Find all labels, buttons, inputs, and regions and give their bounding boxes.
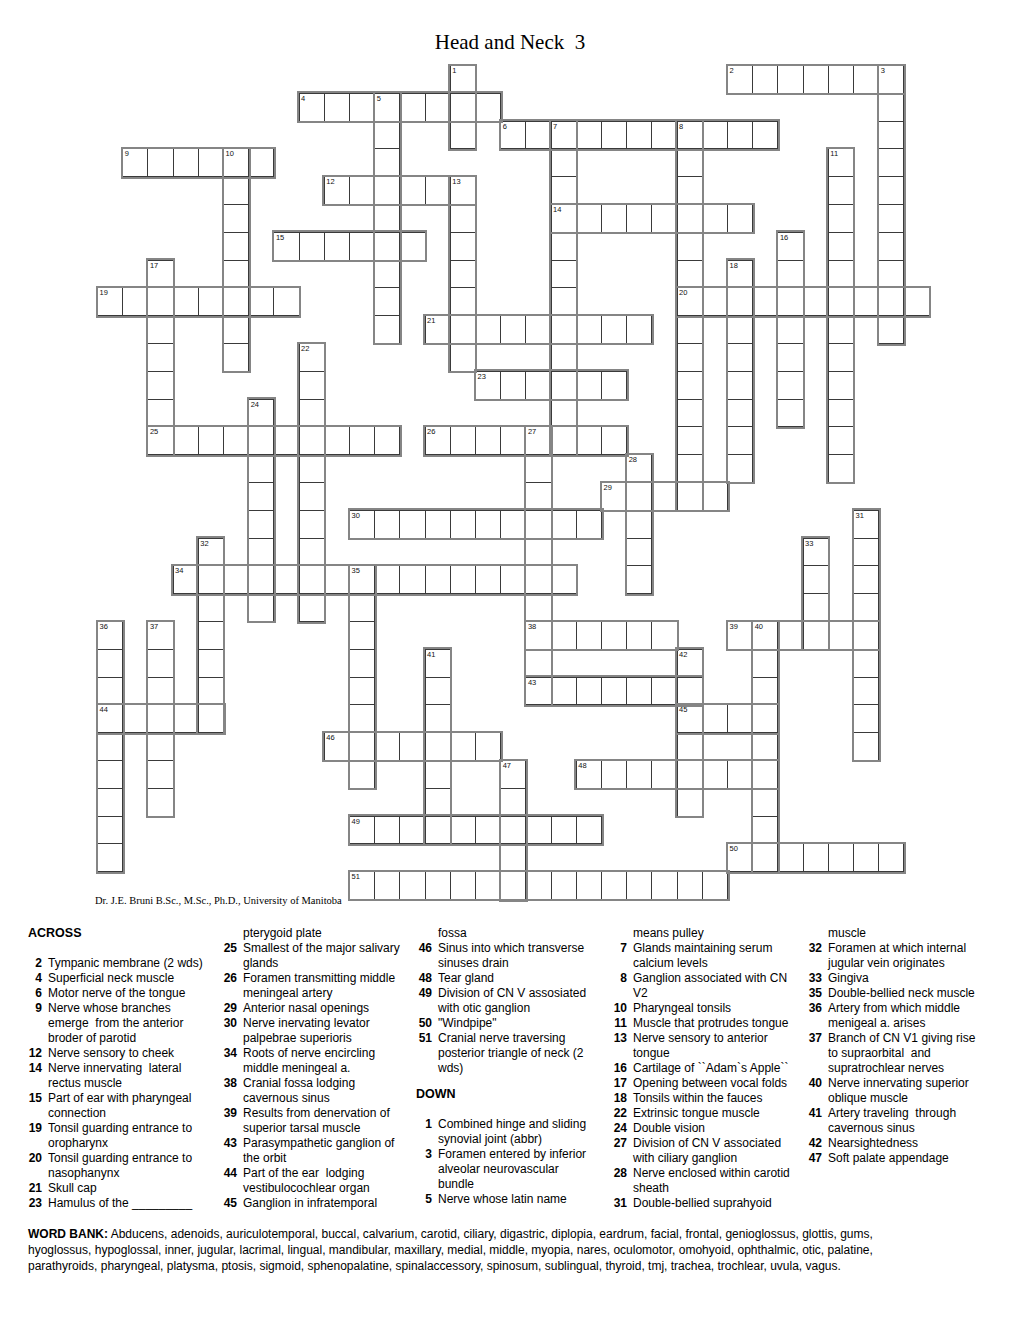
- cell-r14-c23[interactable]: [677, 454, 703, 483]
- cell-r21-c13[interactable]: 41: [425, 649, 451, 678]
- cell-r13-c5[interactable]: [223, 426, 249, 455]
- cell-r1-c15[interactable]: [475, 93, 501, 122]
- cell-r23-c23[interactable]: 45: [677, 704, 703, 733]
- cell-r16-c14[interactable]: [450, 510, 476, 539]
- cell-r20-c25[interactable]: 39: [727, 621, 753, 650]
- cell-r28-c0[interactable]: [97, 843, 123, 872]
- cell-r11-c15[interactable]: 23: [475, 371, 501, 400]
- cell-r4-c29[interactable]: [828, 176, 854, 205]
- cell-r13-c14[interactable]: [450, 426, 476, 455]
- cell-r27-c0[interactable]: [97, 816, 123, 845]
- cell-r15-c6[interactable]: [248, 482, 274, 511]
- cell-r8-c2[interactable]: [147, 287, 173, 316]
- cell-r13-c2[interactable]: 25: [147, 426, 173, 455]
- cell-r24-c23[interactable]: [677, 732, 703, 761]
- cell-r25-c0[interactable]: [97, 760, 123, 789]
- cell-r14-c29[interactable]: [828, 454, 854, 483]
- cell-r3-c4[interactable]: [198, 148, 224, 177]
- cell-r16-c30[interactable]: 31: [853, 510, 879, 539]
- cell-r1-c10[interactable]: [349, 93, 375, 122]
- cell-r6-c23[interactable]: [677, 232, 703, 261]
- cell-r9-c18[interactable]: [551, 315, 577, 344]
- cell-r24-c30[interactable]: [853, 732, 879, 761]
- cell-r20-c28[interactable]: [803, 621, 829, 650]
- cell-r3-c1[interactable]: 9: [122, 148, 148, 177]
- cell-r20-c21[interactable]: [626, 621, 652, 650]
- cell-r3-c31[interactable]: [878, 148, 904, 177]
- cell-r3-c5[interactable]: 10: [223, 148, 249, 177]
- cell-r9-c25[interactable]: [727, 315, 753, 344]
- cell-r17-c6[interactable]: [248, 538, 274, 567]
- cell-r5-c24[interactable]: [702, 204, 728, 233]
- cell-r2-c17[interactable]: [525, 121, 551, 150]
- cell-r18-c21[interactable]: [626, 565, 652, 594]
- cell-r18-c30[interactable]: [853, 565, 879, 594]
- cell-r23-c24[interactable]: [702, 704, 728, 733]
- cell-r13-c25[interactable]: [727, 426, 753, 455]
- cell-r27-c11[interactable]: [374, 816, 400, 845]
- cell-r14-c17[interactable]: [525, 454, 551, 483]
- cell-r2-c19[interactable]: [576, 121, 602, 150]
- cell-r4-c14[interactable]: 13: [450, 176, 476, 205]
- cell-r24-c26[interactable]: [752, 732, 778, 761]
- cell-r16-c12[interactable]: [399, 510, 425, 539]
- cell-r3-c6[interactable]: [248, 148, 274, 177]
- cell-r6-c5[interactable]: [223, 232, 249, 261]
- cell-r8-c26[interactable]: [752, 287, 778, 316]
- cell-r29-c15[interactable]: [475, 871, 501, 900]
- cell-r23-c1[interactable]: [122, 704, 148, 733]
- cell-r5-c31[interactable]: [878, 204, 904, 233]
- cell-r9-c17[interactable]: [525, 315, 551, 344]
- cell-r20-c20[interactable]: [601, 621, 627, 650]
- cell-r13-c4[interactable]: [198, 426, 224, 455]
- cell-r27-c19[interactable]: [576, 816, 602, 845]
- cell-r13-c20[interactable]: [601, 426, 627, 455]
- cell-r6-c8[interactable]: [299, 232, 325, 261]
- cell-r28-c26[interactable]: [752, 843, 778, 872]
- cell-r6-c9[interactable]: [324, 232, 350, 261]
- cell-r17-c21[interactable]: [626, 538, 652, 567]
- cell-r13-c7[interactable]: [273, 426, 299, 455]
- cell-r10-c25[interactable]: [727, 343, 753, 372]
- cell-r26-c13[interactable]: [425, 788, 451, 817]
- cell-r21-c26[interactable]: [752, 649, 778, 678]
- cell-r6-c12[interactable]: [399, 232, 425, 261]
- cell-r22-c0[interactable]: [97, 677, 123, 706]
- cell-r26-c16[interactable]: [500, 788, 526, 817]
- cell-r15-c23[interactable]: [677, 482, 703, 511]
- cell-r23-c13[interactable]: [425, 704, 451, 733]
- cell-r13-c13[interactable]: 26: [425, 426, 451, 455]
- cell-r9-c11[interactable]: [374, 315, 400, 344]
- cell-r28-c25[interactable]: 50: [727, 843, 753, 872]
- cell-r14-c21[interactable]: 28: [626, 454, 652, 483]
- cell-r24-c0[interactable]: [97, 732, 123, 761]
- cell-r16-c16[interactable]: [500, 510, 526, 539]
- cell-r15-c20[interactable]: 29: [601, 482, 627, 511]
- cell-r22-c17[interactable]: 43: [525, 677, 551, 706]
- cell-r5-c19[interactable]: [576, 204, 602, 233]
- cell-r11-c18[interactable]: [551, 371, 577, 400]
- cell-r4-c10[interactable]: [349, 176, 375, 205]
- cell-r2-c14[interactable]: [450, 121, 476, 150]
- cell-r12-c6[interactable]: 24: [248, 399, 274, 428]
- cell-r7-c31[interactable]: [878, 260, 904, 289]
- cell-r21-c17[interactable]: [525, 649, 551, 678]
- cell-r6-c18[interactable]: [551, 232, 577, 261]
- cell-r0-c29[interactable]: [828, 65, 854, 94]
- cell-r12-c2[interactable]: [147, 399, 173, 428]
- cell-r3-c18[interactable]: [551, 148, 577, 177]
- cell-r5-c23[interactable]: [677, 204, 703, 233]
- cell-r8-c3[interactable]: [173, 287, 199, 316]
- cell-r22-c22[interactable]: [651, 677, 677, 706]
- cell-r27-c18[interactable]: [551, 816, 577, 845]
- cell-r16-c21[interactable]: [626, 510, 652, 539]
- cell-r9-c16[interactable]: [500, 315, 526, 344]
- cell-r19-c28[interactable]: [803, 593, 829, 622]
- cell-r18-c10[interactable]: 35: [349, 565, 375, 594]
- cell-r21-c0[interactable]: [97, 649, 123, 678]
- cell-r18-c16[interactable]: [500, 565, 526, 594]
- cell-r9-c5[interactable]: [223, 315, 249, 344]
- cell-r29-c20[interactable]: [601, 871, 627, 900]
- cell-r29-c18[interactable]: [551, 871, 577, 900]
- cell-r12-c25[interactable]: [727, 399, 753, 428]
- cell-r18-c3[interactable]: 34: [173, 565, 199, 594]
- cell-r1-c14[interactable]: [450, 93, 476, 122]
- cell-r29-c14[interactable]: [450, 871, 476, 900]
- cell-r16-c6[interactable]: [248, 510, 274, 539]
- cell-r20-c22[interactable]: [651, 621, 677, 650]
- cell-r1-c12[interactable]: [399, 93, 425, 122]
- cell-r8-c11[interactable]: [374, 287, 400, 316]
- cell-r29-c19[interactable]: [576, 871, 602, 900]
- cell-r19-c17[interactable]: [525, 593, 551, 622]
- cell-r11-c2[interactable]: [147, 371, 173, 400]
- cell-r4-c31[interactable]: [878, 176, 904, 205]
- cell-r2-c24[interactable]: [702, 121, 728, 150]
- cell-r0-c26[interactable]: [752, 65, 778, 94]
- cell-r7-c5[interactable]: [223, 260, 249, 289]
- cell-r0-c28[interactable]: [803, 65, 829, 94]
- cell-r16-c13[interactable]: [425, 510, 451, 539]
- cell-r29-c10[interactable]: 51: [349, 871, 375, 900]
- cell-r8-c7[interactable]: [273, 287, 299, 316]
- cell-r3-c11[interactable]: [374, 148, 400, 177]
- cell-r13-c29[interactable]: [828, 426, 854, 455]
- cell-r24-c10[interactable]: [349, 732, 375, 761]
- cell-r8-c6[interactable]: [248, 287, 274, 316]
- cell-r21-c4[interactable]: [198, 649, 224, 678]
- cell-r11-c23[interactable]: [677, 371, 703, 400]
- cell-r28-c28[interactable]: [803, 843, 829, 872]
- cell-r19-c10[interactable]: [349, 593, 375, 622]
- cell-r24-c13[interactable]: [425, 732, 451, 761]
- cell-r0-c27[interactable]: [777, 65, 803, 94]
- cell-r2-c20[interactable]: [601, 121, 627, 150]
- cell-r18-c5[interactable]: [223, 565, 249, 594]
- cell-r7-c27[interactable]: [777, 260, 803, 289]
- cell-r0-c30[interactable]: [853, 65, 879, 94]
- cell-r2-c23[interactable]: 8: [677, 121, 703, 150]
- cell-r29-c21[interactable]: [626, 871, 652, 900]
- cell-r25-c26[interactable]: [752, 760, 778, 789]
- cell-r26-c2[interactable]: [147, 788, 173, 817]
- cell-r6-c11[interactable]: [374, 232, 400, 261]
- cell-r2-c21[interactable]: [626, 121, 652, 150]
- cell-r2-c16[interactable]: 6: [500, 121, 526, 150]
- cell-r17-c8[interactable]: [299, 538, 325, 567]
- cell-r20-c4[interactable]: [198, 621, 224, 650]
- cell-r26-c23[interactable]: [677, 788, 703, 817]
- cell-r25-c16[interactable]: 47: [500, 760, 526, 789]
- cell-r0-c14[interactable]: 1: [450, 65, 476, 94]
- cell-r2-c26[interactable]: [752, 121, 778, 150]
- cell-r5-c21[interactable]: [626, 204, 652, 233]
- cell-r8-c14[interactable]: [450, 287, 476, 316]
- cell-r17-c17[interactable]: [525, 538, 551, 567]
- cell-r10-c29[interactable]: [828, 343, 854, 372]
- cell-r18-c11[interactable]: [374, 565, 400, 594]
- cell-r23-c10[interactable]: [349, 704, 375, 733]
- cell-r28-c30[interactable]: [853, 843, 879, 872]
- cell-r19-c4[interactable]: [198, 593, 224, 622]
- cell-r16-c10[interactable]: 30: [349, 510, 375, 539]
- cell-r0-c25[interactable]: 2: [727, 65, 753, 94]
- cell-r8-c29[interactable]: [828, 287, 854, 316]
- cell-r20-c2[interactable]: 37: [147, 621, 173, 650]
- cell-r2-c18[interactable]: 7: [551, 121, 577, 150]
- cell-r5-c25[interactable]: [727, 204, 753, 233]
- cell-r9-c23[interactable]: [677, 315, 703, 344]
- cell-r26-c26[interactable]: [752, 788, 778, 817]
- cell-r19-c30[interactable]: [853, 593, 879, 622]
- cell-r13-c11[interactable]: [374, 426, 400, 455]
- cell-r27-c14[interactable]: [450, 816, 476, 845]
- cell-r22-c20[interactable]: [601, 677, 627, 706]
- cell-r29-c17[interactable]: [525, 871, 551, 900]
- cell-r6-c14[interactable]: [450, 232, 476, 261]
- cell-r4-c5[interactable]: [223, 176, 249, 205]
- cell-r14-c6[interactable]: [248, 454, 274, 483]
- cell-r7-c25[interactable]: 18: [727, 260, 753, 289]
- cell-r28-c29[interactable]: [828, 843, 854, 872]
- cell-r28-c31[interactable]: [878, 843, 904, 872]
- cell-r9-c19[interactable]: [576, 315, 602, 344]
- cell-r6-c10[interactable]: [349, 232, 375, 261]
- cell-r19-c8[interactable]: [299, 593, 325, 622]
- cell-r20-c19[interactable]: [576, 621, 602, 650]
- cell-r18-c28[interactable]: [803, 565, 829, 594]
- cell-r29-c22[interactable]: [651, 871, 677, 900]
- cell-r27-c15[interactable]: [475, 816, 501, 845]
- cell-r18-c14[interactable]: [450, 565, 476, 594]
- cell-r17-c28[interactable]: 33: [803, 538, 829, 567]
- cell-r13-c8[interactable]: [299, 426, 325, 455]
- cell-r16-c15[interactable]: [475, 510, 501, 539]
- cell-r15-c24[interactable]: [702, 482, 728, 511]
- cell-r20-c26[interactable]: 40: [752, 621, 778, 650]
- cell-r9-c20[interactable]: [601, 315, 627, 344]
- cell-r10-c27[interactable]: [777, 343, 803, 372]
- cell-r28-c27[interactable]: [777, 843, 803, 872]
- cell-r22-c2[interactable]: [147, 677, 173, 706]
- cell-r4-c18[interactable]: [551, 176, 577, 205]
- cell-r6-c27[interactable]: 16: [777, 232, 803, 261]
- cell-r2-c22[interactable]: [651, 121, 677, 150]
- cell-r17-c30[interactable]: [853, 538, 879, 567]
- cell-r5-c29[interactable]: [828, 204, 854, 233]
- cell-r29-c24[interactable]: [702, 871, 728, 900]
- cell-r7-c11[interactable]: [374, 260, 400, 289]
- cell-r22-c18[interactable]: [551, 677, 577, 706]
- cell-r24-c15[interactable]: [475, 732, 501, 761]
- cell-r16-c17[interactable]: [525, 510, 551, 539]
- cell-r18-c15[interactable]: [475, 565, 501, 594]
- cell-r3-c23[interactable]: [677, 148, 703, 177]
- cell-r18-c12[interactable]: [399, 565, 425, 594]
- cell-r18-c4[interactable]: [198, 565, 224, 594]
- cell-r23-c30[interactable]: [853, 704, 879, 733]
- cell-r29-c12[interactable]: [399, 871, 425, 900]
- cell-r7-c29[interactable]: [828, 260, 854, 289]
- cell-r13-c3[interactable]: [173, 426, 199, 455]
- cell-r16-c8[interactable]: [299, 510, 325, 539]
- cell-r25-c13[interactable]: [425, 760, 451, 789]
- cell-r23-c4[interactable]: [198, 704, 224, 733]
- cell-r15-c22[interactable]: [651, 482, 677, 511]
- cell-r25-c23[interactable]: [677, 760, 703, 789]
- cell-r13-c23[interactable]: [677, 426, 703, 455]
- cell-r23-c26[interactable]: [752, 704, 778, 733]
- cell-r8-c30[interactable]: [853, 287, 879, 316]
- cell-r9-c29[interactable]: [828, 315, 854, 344]
- cell-r22-c23[interactable]: [677, 677, 703, 706]
- cell-r25-c25[interactable]: [727, 760, 753, 789]
- cell-r14-c8[interactable]: [299, 454, 325, 483]
- cell-r16-c11[interactable]: [374, 510, 400, 539]
- cell-r1-c9[interactable]: [324, 93, 350, 122]
- cell-r24-c9[interactable]: 46: [324, 732, 350, 761]
- cell-r18-c17[interactable]: [525, 565, 551, 594]
- cell-r12-c29[interactable]: [828, 399, 854, 428]
- cell-r10-c2[interactable]: [147, 343, 173, 372]
- cell-r23-c2[interactable]: [147, 704, 173, 733]
- cell-r25-c2[interactable]: [147, 760, 173, 789]
- cell-r24-c14[interactable]: [450, 732, 476, 761]
- cell-r22-c4[interactable]: [198, 677, 224, 706]
- cell-r13-c10[interactable]: [349, 426, 375, 455]
- cell-r6-c29[interactable]: [828, 232, 854, 261]
- cell-r20-c17[interactable]: 38: [525, 621, 551, 650]
- cell-r11-c19[interactable]: [576, 371, 602, 400]
- cell-r8-c27[interactable]: [777, 287, 803, 316]
- cell-r20-c27[interactable]: [777, 621, 803, 650]
- cell-r13-c19[interactable]: [576, 426, 602, 455]
- cell-r9-c15[interactable]: [475, 315, 501, 344]
- cell-r1-c11[interactable]: 5: [374, 93, 400, 122]
- cell-r15-c17[interactable]: [525, 482, 551, 511]
- cell-r24-c2[interactable]: [147, 732, 173, 761]
- cell-r12-c23[interactable]: [677, 399, 703, 428]
- cell-r17-c4[interactable]: 32: [198, 538, 224, 567]
- cell-r27-c17[interactable]: [525, 816, 551, 845]
- cell-r10-c5[interactable]: [223, 343, 249, 372]
- cell-r18-c6[interactable]: [248, 565, 274, 594]
- cell-r9-c14[interactable]: [450, 315, 476, 344]
- cell-r27-c16[interactable]: [500, 816, 526, 845]
- cell-r4-c23[interactable]: [677, 176, 703, 205]
- cell-r13-c9[interactable]: [324, 426, 350, 455]
- cell-r9-c2[interactable]: [147, 315, 173, 344]
- cell-r20-c18[interactable]: [551, 621, 577, 650]
- cell-r11-c8[interactable]: [299, 371, 325, 400]
- cell-r8-c28[interactable]: [803, 287, 829, 316]
- cell-r11-c20[interactable]: [601, 371, 627, 400]
- cell-r1-c8[interactable]: 4: [299, 93, 325, 122]
- cell-r18-c13[interactable]: [425, 565, 451, 594]
- cell-r8-c24[interactable]: [702, 287, 728, 316]
- cell-r15-c21[interactable]: [626, 482, 652, 511]
- cell-r29-c13[interactable]: [425, 871, 451, 900]
- cell-r5-c11[interactable]: [374, 204, 400, 233]
- cell-r22-c30[interactable]: [853, 677, 879, 706]
- cell-r8-c0[interactable]: 19: [97, 287, 123, 316]
- cell-r21-c10[interactable]: [349, 649, 375, 678]
- cell-r8-c32[interactable]: [903, 287, 929, 316]
- cell-r5-c20[interactable]: [601, 204, 627, 233]
- cell-r4-c11[interactable]: [374, 176, 400, 205]
- cell-r7-c14[interactable]: [450, 260, 476, 289]
- cell-r27-c13[interactable]: [425, 816, 451, 845]
- cell-r23-c3[interactable]: [173, 704, 199, 733]
- cell-r22-c26[interactable]: [752, 677, 778, 706]
- cell-r13-c16[interactable]: [500, 426, 526, 455]
- cell-r13-c17[interactable]: 27: [525, 426, 551, 455]
- cell-r21-c23[interactable]: 42: [677, 649, 703, 678]
- cell-r25-c20[interactable]: [601, 760, 627, 789]
- cell-r14-c25[interactable]: [727, 454, 753, 483]
- cell-r25-c21[interactable]: [626, 760, 652, 789]
- cell-r18-c8[interactable]: [299, 565, 325, 594]
- cell-r29-c16[interactable]: [500, 871, 526, 900]
- cell-r29-c23[interactable]: [677, 871, 703, 900]
- cell-r26-c0[interactable]: [97, 788, 123, 817]
- cell-r13-c15[interactable]: [475, 426, 501, 455]
- cell-r24-c12[interactable]: [399, 732, 425, 761]
- cell-r4-c12[interactable]: [399, 176, 425, 205]
- cell-r3-c29[interactable]: 11: [828, 148, 854, 177]
- cell-r21-c2[interactable]: [147, 649, 173, 678]
- cell-r19-c6[interactable]: [248, 593, 274, 622]
- cell-r25-c22[interactable]: [651, 760, 677, 789]
- cell-r25-c10[interactable]: [349, 760, 375, 789]
- cell-r12-c18[interactable]: [551, 399, 577, 428]
- cell-r12-c8[interactable]: [299, 399, 325, 428]
- cell-r22-c10[interactable]: [349, 677, 375, 706]
- cell-r0-c31[interactable]: 3: [878, 65, 904, 94]
- cell-r20-c10[interactable]: [349, 621, 375, 650]
- cell-r8-c23[interactable]: 20: [677, 287, 703, 316]
- cell-r3-c3[interactable]: [173, 148, 199, 177]
- cell-r27-c10[interactable]: 49: [349, 816, 375, 845]
- cell-r8-c5[interactable]: [223, 287, 249, 316]
- cell-r23-c25[interactable]: [727, 704, 753, 733]
- cell-r27-c12[interactable]: [399, 816, 425, 845]
- cell-r10-c8[interactable]: 22: [299, 343, 325, 372]
